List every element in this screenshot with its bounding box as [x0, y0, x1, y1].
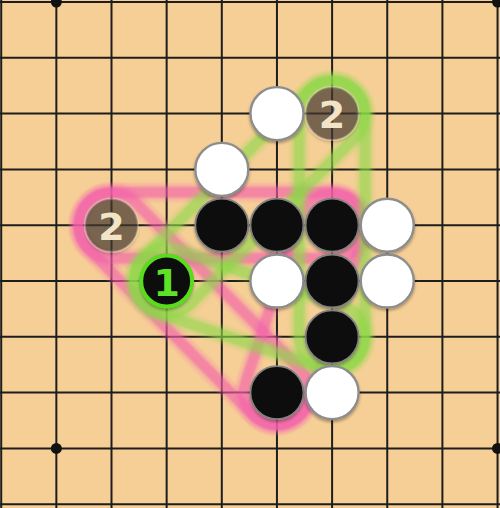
go-board[interactable]: 122 [0, 0, 500, 508]
move-number-label: 1 [153, 261, 179, 305]
black-stone[interactable] [306, 310, 359, 363]
move-number-label: 2 [98, 205, 124, 249]
black-stone[interactable] [306, 255, 359, 308]
board-canvas[interactable]: 122 [0, 0, 500, 508]
white-stone[interactable] [361, 199, 414, 252]
white-stone[interactable] [195, 143, 248, 196]
black-stone[interactable] [250, 366, 303, 419]
black-stone[interactable] [250, 199, 303, 252]
move-number-label: 2 [319, 93, 345, 137]
black-stone[interactable] [306, 199, 359, 252]
white-stone[interactable] [306, 366, 359, 419]
white-stone[interactable] [361, 255, 414, 308]
black-stone[interactable] [195, 199, 248, 252]
white-stone[interactable] [250, 87, 303, 140]
star-point [51, 443, 62, 454]
white-stone[interactable] [250, 255, 303, 308]
